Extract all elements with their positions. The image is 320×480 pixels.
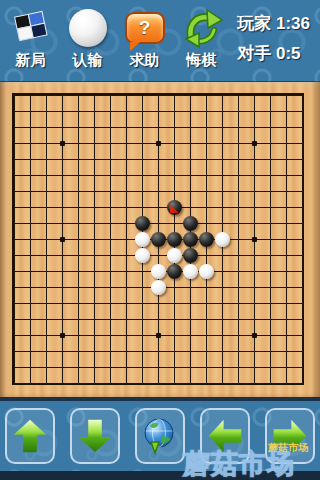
arrow-down-icon: [78, 419, 112, 453]
black-stone: [135, 216, 150, 231]
star-point: [252, 237, 257, 242]
resign-label: 认输: [73, 51, 103, 70]
help-button[interactable]: ? 求助: [116, 7, 173, 70]
black-stone: [183, 216, 198, 231]
bottom-toolbar: [0, 397, 320, 480]
black-stone: [199, 232, 214, 247]
star-point: [252, 141, 257, 146]
white-stone: [135, 232, 150, 247]
new-game-label: 新局: [16, 51, 46, 70]
arrow-right-icon: [273, 419, 307, 453]
undo-arrows-icon: [181, 7, 223, 49]
arrow-left-button[interactable]: [200, 408, 250, 464]
star-point: [156, 333, 161, 338]
timer-panel: 玩家 1:36 对手 0:5: [237, 7, 320, 69]
star-point: [60, 333, 65, 338]
black-stone: [183, 232, 198, 247]
star-point: [60, 141, 65, 146]
white-stone: [199, 264, 214, 279]
arrow-down-button[interactable]: [70, 408, 120, 464]
opponent-timer: 对手 0:5: [237, 39, 310, 69]
arrow-right-button[interactable]: [265, 408, 315, 464]
network-game-button[interactable]: [135, 408, 185, 464]
arrow-left-icon: [208, 419, 242, 453]
player-timer: 玩家 1:36: [237, 9, 310, 39]
question-bubble-icon: ?: [125, 7, 165, 49]
resign-button[interactable]: 认输: [59, 7, 116, 70]
star-point: [252, 333, 257, 338]
gomoku-app: 新局 认输 ? 求助: [0, 0, 320, 480]
game-board[interactable]: [0, 82, 320, 397]
globe-arrow-icon: [142, 417, 178, 455]
star-point: [60, 237, 65, 242]
white-stone: [215, 232, 230, 247]
arrow-up-icon: [13, 419, 47, 453]
white-stone: [135, 248, 150, 263]
question-glyph: ?: [139, 17, 151, 39]
star-point: [156, 141, 161, 146]
undo-button[interactable]: 悔棋: [173, 7, 230, 70]
arrow-up-button[interactable]: [5, 408, 55, 464]
new-game-button[interactable]: 新局: [2, 7, 59, 70]
top-toolbar: 新局 认输 ? 求助: [0, 0, 320, 82]
black-stone: [151, 232, 166, 247]
white-stone-icon: [69, 7, 107, 49]
black-stone: [183, 248, 198, 263]
undo-label: 悔棋: [187, 51, 217, 70]
white-stone: [183, 264, 198, 279]
new-game-board-icon: [11, 7, 51, 49]
white-stone: [151, 264, 166, 279]
black-stone: [167, 264, 182, 279]
white-stone: [151, 280, 166, 295]
black-stone: [167, 232, 182, 247]
help-label: 求助: [130, 51, 160, 70]
white-stone: [167, 248, 182, 263]
